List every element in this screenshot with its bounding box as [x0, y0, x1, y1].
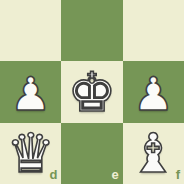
square-d3[interactable] [0, 0, 61, 61]
file-label-e: e [111, 167, 118, 184]
white-bishop[interactable]: ♝ [129, 127, 177, 181]
square-f2[interactable]: ♟ [123, 61, 184, 122]
square-d1[interactable]: ♛d [0, 123, 61, 184]
square-e3[interactable] [61, 0, 122, 61]
square-d2[interactable]: ♟ [0, 61, 61, 122]
white-king[interactable]: ♚ [68, 66, 116, 120]
file-label-f: f [176, 167, 180, 184]
white-pawn[interactable]: ♟ [133, 71, 174, 117]
chess-board: ♟♚♟♛de♝f [0, 0, 184, 184]
square-f3[interactable] [123, 0, 184, 61]
white-queen[interactable]: ♛ [6, 127, 54, 181]
file-label-d: d [49, 167, 57, 184]
square-e2[interactable]: ♚ [61, 61, 122, 122]
white-pawn[interactable]: ♟ [10, 71, 51, 117]
square-e1[interactable]: e [61, 123, 122, 184]
square-f1[interactable]: ♝f [123, 123, 184, 184]
